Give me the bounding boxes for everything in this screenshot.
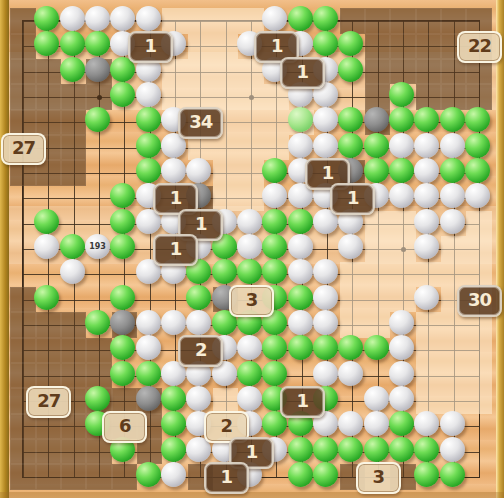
white-stone[interactable] <box>262 6 287 31</box>
green-territory-cell <box>10 338 35 363</box>
white-territory-cell <box>390 262 415 287</box>
white-territory-cell <box>162 84 187 109</box>
green-stone[interactable] <box>136 158 161 183</box>
white-stone[interactable] <box>338 234 363 259</box>
white-stone[interactable] <box>262 183 287 208</box>
white-territory-cell <box>390 211 415 236</box>
green-territory-cell <box>10 363 35 388</box>
white-stone[interactable] <box>440 411 465 436</box>
white-territory-cell <box>213 84 238 109</box>
white-stone[interactable] <box>136 6 161 31</box>
white-stone[interactable] <box>364 386 389 411</box>
white-territory-cell <box>213 186 238 211</box>
green-stone[interactable] <box>465 158 490 183</box>
green-territory-cell <box>86 464 111 489</box>
white-territory-cell <box>264 110 289 135</box>
green-territory-cell <box>416 59 441 84</box>
white-territory-cell <box>340 287 365 312</box>
green-stone[interactable] <box>389 82 414 107</box>
white-territory-cell <box>466 211 491 236</box>
green-stone[interactable] <box>136 133 161 158</box>
white-territory-cell <box>213 34 238 59</box>
white-stone[interactable] <box>465 183 490 208</box>
score-badge: 1 <box>280 57 325 89</box>
green-territory-cell <box>466 84 491 109</box>
green-territory-cell <box>10 312 35 337</box>
white-territory-cell <box>238 160 263 185</box>
green-territory-cell <box>10 59 35 84</box>
white-stone[interactable] <box>186 386 211 411</box>
green-territory-cell <box>441 8 466 33</box>
white-stone[interactable] <box>338 361 363 386</box>
white-stone[interactable] <box>440 437 465 462</box>
white-stone[interactable] <box>60 6 85 31</box>
green-stone[interactable] <box>34 31 59 56</box>
green-stone[interactable] <box>313 462 338 487</box>
white-territory-cell <box>213 388 238 413</box>
white-territory-cell <box>416 363 441 388</box>
green-territory-cell <box>36 84 61 109</box>
green-territory-cell <box>61 160 86 185</box>
white-stone[interactable] <box>288 310 313 335</box>
green-stone[interactable] <box>34 285 59 310</box>
green-stone[interactable] <box>389 158 414 183</box>
green-stone[interactable] <box>110 209 135 234</box>
green-stone[interactable] <box>85 31 110 56</box>
green-territory-cell <box>10 8 35 33</box>
green-territory-cell <box>390 34 415 59</box>
white-stone[interactable] <box>440 133 465 158</box>
score-badge: 1 <box>280 386 325 418</box>
white-territory-cell <box>188 8 213 33</box>
green-stone[interactable] <box>85 386 110 411</box>
green-stone[interactable] <box>414 462 439 487</box>
green-stone[interactable] <box>85 107 110 132</box>
green-stone[interactable] <box>389 411 414 436</box>
green-territory-cell <box>36 110 61 135</box>
white-stone[interactable] <box>237 335 262 360</box>
score-badge: 6 <box>102 411 147 443</box>
green-stone[interactable] <box>136 107 161 132</box>
green-territory-cell <box>466 8 491 33</box>
grid-line-vertical <box>454 21 455 477</box>
score-badge: 1 <box>153 234 198 266</box>
white-stone[interactable] <box>440 183 465 208</box>
green-territory-cell <box>10 110 35 135</box>
green-territory-cell <box>61 84 86 109</box>
green-stone[interactable] <box>262 259 287 284</box>
green-stone[interactable] <box>34 209 59 234</box>
white-stone[interactable] <box>414 183 439 208</box>
green-stone[interactable] <box>288 209 313 234</box>
white-territory-cell <box>365 312 390 337</box>
green-territory-cell <box>86 84 111 109</box>
white-stone[interactable] <box>288 234 313 259</box>
green-stone[interactable] <box>364 158 389 183</box>
score-badge: 3 <box>229 285 274 317</box>
green-stone[interactable] <box>262 209 287 234</box>
green-stone[interactable] <box>110 234 135 259</box>
green-stone[interactable] <box>313 31 338 56</box>
white-territory-cell <box>340 312 365 337</box>
green-stone[interactable] <box>465 107 490 132</box>
green-territory-cell <box>441 84 466 109</box>
white-territory-cell <box>441 388 466 413</box>
green-stone[interactable] <box>288 462 313 487</box>
white-stone[interactable] <box>414 411 439 436</box>
goban[interactable]: 19311221342711111330227162113 <box>0 0 504 498</box>
green-stone[interactable] <box>237 361 262 386</box>
green-territory-cell <box>365 59 390 84</box>
white-territory-cell <box>213 59 238 84</box>
white-stone[interactable] <box>161 310 186 335</box>
white-territory-cell <box>441 338 466 363</box>
green-territory-cell <box>86 338 111 363</box>
green-territory-cell <box>86 363 111 388</box>
white-stone[interactable] <box>440 209 465 234</box>
dead-white-stone[interactable] <box>110 310 135 335</box>
green-stone[interactable] <box>110 335 135 360</box>
white-territory-cell <box>416 262 441 287</box>
white-territory-cell <box>416 388 441 413</box>
white-territory-cell <box>365 262 390 287</box>
green-stone[interactable] <box>364 133 389 158</box>
dead-white-stone[interactable] <box>136 386 161 411</box>
green-territory-cell <box>36 464 61 489</box>
green-stone[interactable] <box>338 437 363 462</box>
score-badge: 34 <box>178 107 223 139</box>
white-territory-cell <box>466 363 491 388</box>
star-point <box>249 95 254 100</box>
white-stone[interactable] <box>110 6 135 31</box>
white-stone[interactable] <box>237 386 262 411</box>
dead-white-stone[interactable] <box>364 107 389 132</box>
star-point <box>401 247 406 252</box>
green-stone[interactable] <box>338 57 363 82</box>
white-territory-cell <box>390 236 415 261</box>
white-stone[interactable] <box>186 310 211 335</box>
green-stone[interactable] <box>110 183 135 208</box>
green-stone[interactable] <box>465 133 490 158</box>
white-territory-cell <box>416 312 441 337</box>
score-badge: 3 <box>356 462 401 494</box>
white-stone[interactable] <box>389 335 414 360</box>
white-stone[interactable] <box>414 158 439 183</box>
white-territory-cell <box>238 84 263 109</box>
white-stone[interactable] <box>313 361 338 386</box>
white-territory-cell <box>390 287 415 312</box>
green-territory-cell <box>61 363 86 388</box>
green-stone[interactable] <box>313 6 338 31</box>
green-territory-cell <box>36 439 61 464</box>
green-stone[interactable] <box>110 285 135 310</box>
score-badge: 22 <box>457 31 502 63</box>
green-stone[interactable] <box>288 335 313 360</box>
green-stone[interactable] <box>262 361 287 386</box>
green-stone[interactable] <box>161 411 186 436</box>
grid-line-vertical <box>479 21 480 477</box>
white-territory-cell <box>238 110 263 135</box>
white-territory-cell <box>264 135 289 160</box>
white-territory-cell <box>340 262 365 287</box>
green-stone[interactable] <box>414 437 439 462</box>
white-stone[interactable] <box>414 209 439 234</box>
green-stone[interactable] <box>338 107 363 132</box>
green-territory-cell <box>10 287 35 312</box>
green-territory-cell <box>36 338 61 363</box>
score-badge: 30 <box>457 285 502 317</box>
green-stone[interactable] <box>60 57 85 82</box>
green-territory-cell <box>112 464 137 489</box>
white-stone[interactable] <box>313 310 338 335</box>
white-stone[interactable] <box>161 462 186 487</box>
green-territory-cell <box>416 8 441 33</box>
white-stone[interactable] <box>136 335 161 360</box>
white-stone[interactable] <box>237 234 262 259</box>
green-territory-cell <box>365 8 390 33</box>
score-badge: 1 <box>330 183 375 215</box>
green-stone[interactable] <box>338 133 363 158</box>
white-territory-cell <box>238 8 263 33</box>
green-territory-cell <box>61 338 86 363</box>
green-stone[interactable] <box>85 310 110 335</box>
green-territory-cell <box>10 34 35 59</box>
white-territory-cell <box>441 236 466 261</box>
white-stone[interactable] <box>85 234 110 259</box>
white-stone[interactable] <box>237 209 262 234</box>
green-stone[interactable] <box>440 462 465 487</box>
green-territory-cell <box>61 312 86 337</box>
green-territory-cell <box>390 59 415 84</box>
green-stone[interactable] <box>414 107 439 132</box>
green-territory-cell <box>340 8 365 33</box>
green-territory-cell <box>61 110 86 135</box>
white-stone[interactable] <box>389 310 414 335</box>
white-stone[interactable] <box>288 259 313 284</box>
green-territory-cell <box>36 59 61 84</box>
score-badge: 27 <box>26 386 71 418</box>
white-territory-cell <box>441 363 466 388</box>
white-territory-cell <box>213 8 238 33</box>
white-stone[interactable] <box>338 411 363 436</box>
white-territory-cell <box>162 8 187 33</box>
green-stone[interactable] <box>389 437 414 462</box>
white-stone[interactable] <box>389 183 414 208</box>
white-stone[interactable] <box>60 259 85 284</box>
white-territory-cell <box>466 262 491 287</box>
green-stone[interactable] <box>161 437 186 462</box>
green-territory-cell <box>416 34 441 59</box>
white-territory-cell <box>365 287 390 312</box>
white-stone[interactable] <box>313 285 338 310</box>
white-stone[interactable] <box>414 234 439 259</box>
white-stone[interactable] <box>313 133 338 158</box>
white-stone[interactable] <box>414 285 439 310</box>
green-stone[interactable] <box>161 386 186 411</box>
green-territory-cell <box>365 84 390 109</box>
white-territory-cell <box>466 388 491 413</box>
white-territory-cell <box>466 236 491 261</box>
green-stone[interactable] <box>110 361 135 386</box>
white-stone[interactable] <box>313 107 338 132</box>
green-territory-cell <box>10 464 35 489</box>
score-badge: 1 <box>128 31 173 63</box>
grid-line-vertical <box>23 21 24 477</box>
green-stone[interactable] <box>288 285 313 310</box>
green-stone[interactable] <box>212 259 237 284</box>
green-territory-cell <box>61 135 86 160</box>
green-territory-cell <box>416 84 441 109</box>
white-stone[interactable] <box>313 259 338 284</box>
green-stone[interactable] <box>440 107 465 132</box>
green-stone[interactable] <box>338 31 363 56</box>
green-stone[interactable] <box>313 335 338 360</box>
go-board-screenshot: 19311221342711111330227162113 <box>0 0 504 498</box>
white-stone[interactable] <box>414 133 439 158</box>
white-territory-cell <box>416 338 441 363</box>
green-stone[interactable] <box>186 285 211 310</box>
green-stone[interactable] <box>262 335 287 360</box>
green-territory-cell <box>365 34 390 59</box>
green-stone[interactable] <box>34 6 59 31</box>
green-stone[interactable] <box>136 462 161 487</box>
white-territory-cell <box>188 34 213 59</box>
white-stone[interactable] <box>34 234 59 259</box>
white-stone[interactable] <box>161 158 186 183</box>
green-territory-cell <box>390 8 415 33</box>
green-stone[interactable] <box>440 158 465 183</box>
score-badge: 1 <box>204 462 249 494</box>
white-territory-cell <box>466 338 491 363</box>
white-territory-cell <box>365 236 390 261</box>
green-stone[interactable] <box>313 437 338 462</box>
green-stone[interactable] <box>338 335 363 360</box>
green-stone[interactable] <box>288 6 313 31</box>
white-territory-cell <box>213 160 238 185</box>
green-stone[interactable] <box>136 361 161 386</box>
green-stone[interactable] <box>262 234 287 259</box>
green-stone[interactable] <box>60 234 85 259</box>
white-stone[interactable] <box>389 133 414 158</box>
white-territory-cell <box>188 84 213 109</box>
green-stone[interactable] <box>364 335 389 360</box>
white-territory-cell <box>441 262 466 287</box>
score-badge: 27 <box>1 133 46 165</box>
white-territory-cell <box>238 186 263 211</box>
white-stone[interactable] <box>136 82 161 107</box>
white-stone[interactable] <box>186 158 211 183</box>
green-stone[interactable] <box>60 31 85 56</box>
green-stone[interactable] <box>110 82 135 107</box>
dead-green-stone[interactable] <box>288 107 313 132</box>
score-badge: 2 <box>178 335 223 367</box>
white-stone[interactable] <box>85 6 110 31</box>
green-territory-cell <box>61 439 86 464</box>
green-territory-cell <box>36 363 61 388</box>
green-stone[interactable] <box>389 107 414 132</box>
white-stone[interactable] <box>389 361 414 386</box>
white-stone[interactable] <box>288 133 313 158</box>
white-stone[interactable] <box>389 386 414 411</box>
green-stone[interactable] <box>288 437 313 462</box>
white-stone[interactable] <box>364 411 389 436</box>
green-territory-cell <box>10 84 35 109</box>
green-territory-cell <box>36 312 61 337</box>
green-territory-cell <box>10 439 35 464</box>
green-territory-cell <box>112 388 137 413</box>
white-territory-cell <box>238 135 263 160</box>
green-territory-cell <box>61 464 86 489</box>
green-stone[interactable] <box>237 259 262 284</box>
green-stone[interactable] <box>262 158 287 183</box>
dead-white-stone[interactable] <box>85 57 110 82</box>
white-territory-cell <box>188 59 213 84</box>
star-point <box>97 95 102 100</box>
green-stone[interactable] <box>364 437 389 462</box>
white-stone[interactable] <box>136 310 161 335</box>
